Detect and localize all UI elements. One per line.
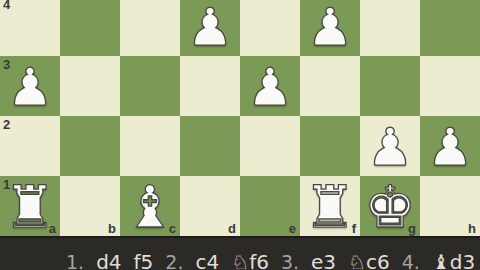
square-g2[interactable]: ♟ xyxy=(360,116,420,176)
square-b4[interactable] xyxy=(60,0,120,56)
square-h4[interactable] xyxy=(420,0,480,56)
move-token[interactable]: ♘c6 xyxy=(348,249,390,270)
square-a2[interactable]: 2 xyxy=(0,116,60,176)
square-a4[interactable]: 4 xyxy=(0,0,60,56)
move-token[interactable]: c4 xyxy=(195,249,219,270)
piece-white-rook-f1[interactable]: ♜ xyxy=(300,176,360,236)
move-token[interactable]: ♘f6 xyxy=(231,249,269,270)
square-c4[interactable] xyxy=(120,0,180,56)
piece-white-pawn-h2[interactable]: ♟ xyxy=(420,116,480,176)
rank-label-2: 2 xyxy=(3,118,10,131)
square-h1[interactable]: h xyxy=(420,176,480,236)
square-b3[interactable] xyxy=(60,56,120,116)
square-g3[interactable] xyxy=(360,56,420,116)
file-label-d: d xyxy=(228,222,236,235)
piece-white-pawn-f4[interactable]: ♟ xyxy=(300,0,360,56)
chess-board: 4♟♟3♟♟2♟♟1a♜bc♝def♜g♚h xyxy=(0,0,480,236)
piece-white-pawn-d4[interactable]: ♟ xyxy=(180,0,240,56)
square-e2[interactable] xyxy=(240,116,300,176)
piece-white-king-g1[interactable]: ♚ xyxy=(360,176,420,236)
square-h3[interactable] xyxy=(420,56,480,116)
square-c2[interactable] xyxy=(120,116,180,176)
file-label-b: b xyxy=(108,222,116,235)
piece-white-pawn-g2[interactable]: ♟ xyxy=(360,116,420,176)
file-label-h: h xyxy=(468,222,476,235)
square-g4[interactable] xyxy=(360,0,420,56)
square-c3[interactable] xyxy=(120,56,180,116)
piece-white-rook-a1[interactable]: ♜ xyxy=(0,176,60,236)
move-token[interactable]: f5 xyxy=(134,249,154,270)
square-g1[interactable]: g♚ xyxy=(360,176,420,236)
move-number: 4. xyxy=(402,249,420,270)
piece-white-pawn-e3[interactable]: ♟ xyxy=(240,56,300,116)
square-f2[interactable] xyxy=(300,116,360,176)
piece-white-pawn-a3[interactable]: ♟ xyxy=(0,56,60,116)
square-e4[interactable] xyxy=(240,0,300,56)
square-a3[interactable]: 3♟ xyxy=(0,56,60,116)
move-number: 1. xyxy=(66,249,84,270)
chess-app: { "game": "chess", "board": { "light_col… xyxy=(0,0,480,270)
move-list-bar: 1.d4f52.c4♘f63.e3♘c64.♝d3e6 xyxy=(0,236,480,270)
square-a1[interactable]: 1a♜ xyxy=(0,176,60,236)
square-c1[interactable]: c♝ xyxy=(120,176,180,236)
square-d1[interactable]: d xyxy=(180,176,240,236)
square-d3[interactable] xyxy=(180,56,240,116)
square-f3[interactable] xyxy=(300,56,360,116)
square-d4[interactable]: ♟ xyxy=(180,0,240,56)
rank-label-4: 4 xyxy=(3,0,10,11)
square-f1[interactable]: f♜ xyxy=(300,176,360,236)
move-number: 3. xyxy=(281,249,299,270)
square-d2[interactable] xyxy=(180,116,240,176)
square-h2[interactable]: ♟ xyxy=(420,116,480,176)
move-token[interactable]: e3 xyxy=(311,249,336,270)
move-number: 2. xyxy=(165,249,183,270)
square-e3[interactable]: ♟ xyxy=(240,56,300,116)
move-token[interactable]: d4 xyxy=(96,249,121,270)
square-b1[interactable]: b xyxy=(60,176,120,236)
square-f4[interactable]: ♟ xyxy=(300,0,360,56)
piece-white-bishop-c1[interactable]: ♝ xyxy=(120,176,180,236)
square-e1[interactable]: e xyxy=(240,176,300,236)
chess-board-grid: 4♟♟3♟♟2♟♟1a♜bc♝def♜g♚h xyxy=(0,0,480,236)
move-token[interactable]: ♝d3 xyxy=(432,249,475,270)
file-label-e: e xyxy=(289,222,296,235)
square-b2[interactable] xyxy=(60,116,120,176)
